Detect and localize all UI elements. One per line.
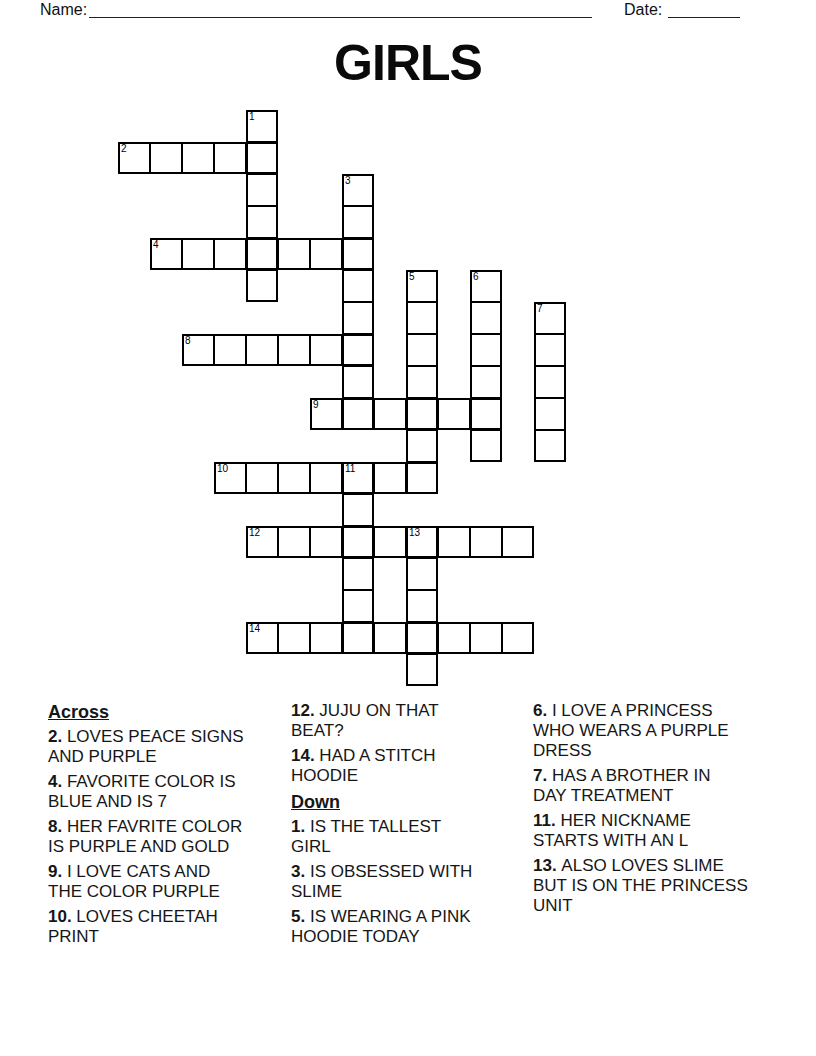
clue-3-down: 3. IS OBSESSED WITH SLIME bbox=[291, 862, 527, 902]
grid-cell-r3c4[interactable] bbox=[246, 206, 278, 238]
grid-cell-r16c12[interactable] bbox=[502, 622, 534, 654]
grid-cell-r1c1[interactable] bbox=[150, 142, 182, 174]
clue-number: 1. bbox=[291, 817, 310, 836]
clue-text: IS OBSESSED WITH SLIME bbox=[291, 862, 472, 901]
clue-1-down: 1. IS THE TALLEST GIRL bbox=[291, 817, 527, 857]
grid-cell-r5c7[interactable] bbox=[342, 270, 374, 302]
grid-cell-r13c9[interactable] bbox=[406, 526, 438, 558]
grid-cell-r11c7[interactable] bbox=[342, 462, 374, 494]
grid-cell-r10c13[interactable] bbox=[534, 430, 566, 462]
clue-11-down: 11. HER NICKNAME STARTS WITH AN L bbox=[533, 811, 769, 851]
grid-cell-r7c3[interactable] bbox=[214, 334, 246, 366]
clue-14-across: 14. HAD A STITCH HOODIE bbox=[291, 746, 527, 786]
clue-text: HER FAVRITE COLOR IS PURPLE AND GOLD bbox=[48, 817, 242, 856]
date-label: Date: bbox=[624, 1, 662, 19]
crossword-grid: 1234567891011121314 bbox=[118, 110, 566, 686]
grid-cell-r9c11[interactable] bbox=[470, 398, 502, 430]
grid-cell-r7c2[interactable] bbox=[182, 334, 214, 366]
clue-number: 11. bbox=[533, 811, 560, 830]
grid-cell-r8c9[interactable] bbox=[406, 366, 438, 398]
clue-number: 8. bbox=[48, 817, 67, 836]
clue-12-across: 12. JUJU ON THAT BEAT? bbox=[291, 701, 527, 741]
crossword-worksheet: Name: Date: GIRLS 1234567891011121314 Ac… bbox=[0, 0, 816, 1056]
down-heading: Down bbox=[291, 791, 527, 813]
clue-column-middle: 12. JUJU ON THAT BEAT?14. HAD A STITCH H… bbox=[291, 701, 527, 952]
clue-4-across: 4. FAVORITE COLOR IS BLUE AND IS 7 bbox=[48, 772, 284, 812]
grid-cell-r15c9[interactable] bbox=[406, 590, 438, 622]
grid-cell-r4c7[interactable] bbox=[342, 238, 374, 270]
grid-cell-r13c8[interactable] bbox=[374, 526, 406, 558]
grid-cell-r11c4[interactable] bbox=[246, 462, 278, 494]
clue-number: 14. bbox=[291, 746, 319, 765]
grid-cell-r5c11[interactable] bbox=[470, 270, 502, 302]
grid-cell-r9c13[interactable] bbox=[534, 398, 566, 430]
clue-text: LOVES PEACE SIGNS AND PURPLE bbox=[48, 727, 244, 766]
grid-cell-r9c9[interactable] bbox=[406, 398, 438, 430]
grid-cell-r9c8[interactable] bbox=[374, 398, 406, 430]
grid-cell-r14c7[interactable] bbox=[342, 558, 374, 590]
grid-cell-r5c4[interactable] bbox=[246, 270, 278, 302]
grid-cell-r4c2[interactable] bbox=[182, 238, 214, 270]
clue-number: 7. bbox=[533, 766, 552, 785]
grid-cell-r9c6[interactable] bbox=[310, 398, 342, 430]
grid-cell-r8c13[interactable] bbox=[534, 366, 566, 398]
grid-cell-r9c7[interactable] bbox=[342, 398, 374, 430]
clue-number: 4. bbox=[48, 772, 67, 791]
grid-cell-r1c0[interactable] bbox=[118, 142, 150, 174]
clue-column-across: Across2. LOVES PEACE SIGNS AND PURPLE4. … bbox=[48, 701, 284, 952]
grid-cell-r1c4[interactable] bbox=[246, 142, 278, 174]
clue-7-down: 7. HAS A BROTHER IN DAY TREATMENT bbox=[533, 766, 769, 806]
grid-cell-r3c7[interactable] bbox=[342, 206, 374, 238]
grid-cell-r17c9[interactable] bbox=[406, 654, 438, 686]
grid-cell-r7c7[interactable] bbox=[342, 334, 374, 366]
grid-cell-r4c4[interactable] bbox=[246, 238, 278, 270]
grid-cell-r8c11[interactable] bbox=[470, 366, 502, 398]
clue-number: 12. bbox=[291, 701, 319, 720]
grid-cell-r16c7[interactable] bbox=[342, 622, 374, 654]
clue-5-down: 5. IS WEARING A PINK HOODIE TODAY bbox=[291, 907, 527, 947]
grid-cell-r13c7[interactable] bbox=[342, 526, 374, 558]
clue-number: 13. bbox=[533, 856, 561, 875]
grid-cell-r6c7[interactable] bbox=[342, 302, 374, 334]
grid-cell-r15c7[interactable] bbox=[342, 590, 374, 622]
grid-cell-r4c3[interactable] bbox=[214, 238, 246, 270]
grid-cell-r8c7[interactable] bbox=[342, 366, 374, 398]
grid-cell-r2c4[interactable] bbox=[246, 174, 278, 206]
grid-cell-r5c9[interactable] bbox=[406, 270, 438, 302]
grid-cell-r7c6[interactable] bbox=[310, 334, 342, 366]
grid-cell-r7c13[interactable] bbox=[534, 334, 566, 366]
grid-cell-r16c11[interactable] bbox=[470, 622, 502, 654]
grid-cell-r16c8[interactable] bbox=[374, 622, 406, 654]
grid-cell-r1c3[interactable] bbox=[214, 142, 246, 174]
grid-cell-r10c9[interactable] bbox=[406, 430, 438, 462]
grid-cell-r12c7[interactable] bbox=[342, 494, 374, 526]
clue-number: 5. bbox=[291, 907, 310, 926]
clue-2-across: 2. LOVES PEACE SIGNS AND PURPLE bbox=[48, 727, 284, 767]
clue-text: FAVORITE COLOR IS BLUE AND IS 7 bbox=[48, 772, 236, 811]
clue-10-across: 10. LOVES CHEETAH PRINT bbox=[48, 907, 284, 947]
grid-cell-r11c5[interactable] bbox=[278, 462, 310, 494]
clue-6-down: 6. I LOVE A PRINCESS WHO WEARS A PURPLE … bbox=[533, 701, 769, 761]
grid-cell-r13c11[interactable] bbox=[470, 526, 502, 558]
grid-cell-r10c11[interactable] bbox=[470, 430, 502, 462]
grid-cell-r13c12[interactable] bbox=[502, 526, 534, 558]
grid-cell-r6c11[interactable] bbox=[470, 302, 502, 334]
grid-cell-r2c7[interactable] bbox=[342, 174, 374, 206]
clue-13-down: 13. ALSO LOVES SLIME BUT IS ON THE PRINC… bbox=[533, 856, 769, 916]
grid-cell-r11c3[interactable] bbox=[214, 462, 246, 494]
clue-text: I LOVE CATS AND THE COLOR PURPLE bbox=[48, 862, 220, 901]
clue-9-across: 9. I LOVE CATS AND THE COLOR PURPLE bbox=[48, 862, 284, 902]
name-label: Name: bbox=[40, 1, 87, 19]
clue-text: IS WEARING A PINK HOODIE TODAY bbox=[291, 907, 471, 946]
date-input-line[interactable] bbox=[668, 1, 740, 18]
clue-number: 10. bbox=[48, 907, 76, 926]
grid-cell-r11c9[interactable] bbox=[406, 462, 438, 494]
grid-cell-r7c4[interactable] bbox=[246, 334, 278, 366]
grid-cell-r14c9[interactable] bbox=[406, 558, 438, 590]
clue-number: 6. bbox=[533, 701, 552, 720]
grid-cell-r16c5[interactable] bbox=[278, 622, 310, 654]
clue-text: I LOVE A PRINCESS WHO WEARS A PURPLE DRE… bbox=[533, 701, 729, 760]
clue-number: 3. bbox=[291, 862, 310, 881]
grid-cell-r4c1[interactable] bbox=[150, 238, 182, 270]
grid-cell-r11c6[interactable] bbox=[310, 462, 342, 494]
across-heading: Across bbox=[48, 701, 284, 723]
grid-cell-r13c6[interactable] bbox=[310, 526, 342, 558]
grid-cell-r6c9[interactable] bbox=[406, 302, 438, 334]
grid-cell-r7c5[interactable] bbox=[278, 334, 310, 366]
grid-cell-r16c4[interactable] bbox=[246, 622, 278, 654]
clue-text: IS THE TALLEST GIRL bbox=[291, 817, 441, 856]
name-input-line[interactable] bbox=[89, 1, 592, 18]
grid-cell-r11c8[interactable] bbox=[374, 462, 406, 494]
grid-cell-r16c6[interactable] bbox=[310, 622, 342, 654]
clue-text: HAS A BROTHER IN DAY TREATMENT bbox=[533, 766, 711, 805]
grid-cell-r4c6[interactable] bbox=[310, 238, 342, 270]
grid-cell-r9c10[interactable] bbox=[438, 398, 470, 430]
grid-cell-r13c4[interactable] bbox=[246, 526, 278, 558]
clue-number: 2. bbox=[48, 727, 67, 746]
grid-cell-r7c11[interactable] bbox=[470, 334, 502, 366]
grid-cell-r1c2[interactable] bbox=[182, 142, 214, 174]
grid-cell-r7c9[interactable] bbox=[406, 334, 438, 366]
grid-cell-r13c10[interactable] bbox=[438, 526, 470, 558]
grid-cell-r16c9[interactable] bbox=[406, 622, 438, 654]
clue-text: ALSO LOVES SLIME BUT IS ON THE PRINCESS … bbox=[533, 856, 748, 915]
grid-cell-r4c5[interactable] bbox=[278, 238, 310, 270]
grid-cell-r16c10[interactable] bbox=[438, 622, 470, 654]
grid-cell-r0c4[interactable] bbox=[246, 110, 278, 142]
grid-cell-r13c5[interactable] bbox=[278, 526, 310, 558]
page-title: GIRLS bbox=[0, 38, 816, 88]
grid-cell-r6c13[interactable] bbox=[534, 302, 566, 334]
clue-number: 9. bbox=[48, 862, 67, 881]
clue-8-across: 8. HER FAVRITE COLOR IS PURPLE AND GOLD bbox=[48, 817, 284, 857]
clue-column-down: 6. I LOVE A PRINCESS WHO WEARS A PURPLE … bbox=[533, 701, 769, 921]
